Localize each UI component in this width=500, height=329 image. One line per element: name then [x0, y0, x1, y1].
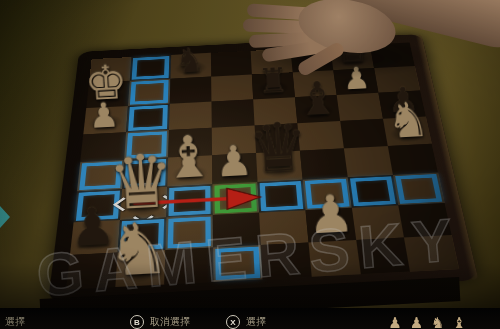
captured-piece: ♟ [410, 316, 423, 329]
captured-pieces-tray: ♟♟♞♝ [388, 316, 466, 329]
white-knight-h5[interactable]: ♞ [386, 97, 431, 145]
chess-board[interactable]: ♞♚♚♜♟♟♝♟♞♝♟♛♛♟♟♞ [66, 42, 459, 289]
white-pawn-d4[interactable]: ♟ [214, 141, 254, 183]
cell-h5[interactable]: ♞ [383, 117, 432, 147]
captured-piece: ♝ [453, 316, 466, 329]
white-knight-b1[interactable]: ♞ [104, 215, 172, 286]
game-scene: ♞♚♚♜♟♟♝♟♞♝♟♛♛♟♟♞ GAMERSKY ♟♟♞♝ 選擇 B 取消選擇… [0, 0, 500, 329]
x-button-hint: 選擇 [246, 315, 266, 329]
hand-finger [247, 3, 328, 22]
cell-b1[interactable]: ♞ [115, 250, 165, 287]
b-button-hint: 取消選擇 [150, 315, 190, 329]
cell-f2[interactable]: ♟ [306, 208, 357, 243]
cursor-fragment-icon [0, 206, 10, 228]
hud-left-hint: 選擇 [5, 315, 25, 329]
cell-d4[interactable]: ♟ [212, 153, 257, 184]
black-knight-c8[interactable]: ♞ [174, 44, 206, 77]
white-pawn-g7[interactable]: ♟ [342, 63, 371, 93]
black-queen-e4[interactable]: ♛ [247, 115, 310, 181]
b-button-icon[interactable]: B [130, 315, 144, 329]
white-pawn-a6[interactable]: ♟ [88, 99, 120, 133]
hand-finger [243, 19, 329, 35]
cell-e4[interactable]: ♛ [256, 151, 303, 182]
captured-piece: ♞ [431, 316, 444, 329]
white-pawn-f2[interactable]: ♟ [306, 189, 355, 241]
x-button-icon[interactable]: X [226, 315, 240, 329]
black-rook-e7[interactable]: ♜ [257, 64, 289, 98]
captured-piece: ♟ [388, 316, 401, 329]
